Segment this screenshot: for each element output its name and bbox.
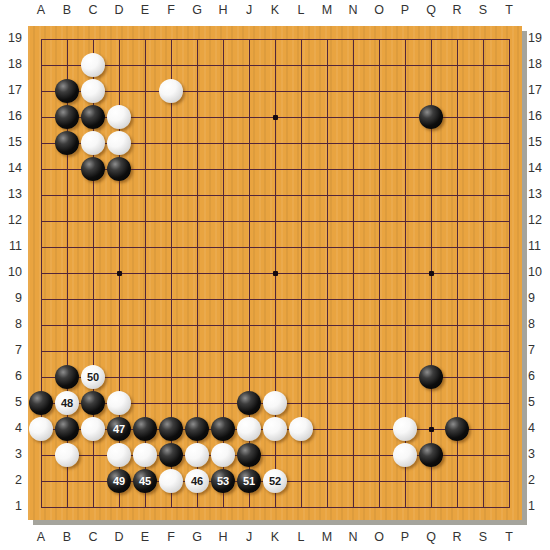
row-label-left-15: 15	[0, 135, 22, 149]
row-label-right-15: 15	[528, 135, 550, 149]
stone-black-J3	[237, 443, 261, 467]
row-label-right-11: 11	[528, 239, 550, 253]
col-label-top-F: F	[161, 3, 181, 17]
stone-white-K4	[263, 417, 287, 441]
go-board[interactable]: 504847494546535152	[28, 26, 522, 520]
col-label-bottom-N: N	[343, 530, 363, 544]
stones-layer: 504847494546535152	[28, 26, 522, 520]
stone-black-D4: 47	[107, 417, 131, 441]
col-label-bottom-C: C	[83, 530, 103, 544]
stone-white-C6: 50	[81, 365, 105, 389]
stone-black-G4	[185, 417, 209, 441]
col-label-bottom-A: A	[31, 530, 51, 544]
stone-white-C15	[81, 131, 105, 155]
stone-black-E4	[133, 417, 157, 441]
row-label-left-12: 12	[0, 213, 22, 227]
col-label-top-T: T	[499, 3, 519, 17]
stone-black-A5	[29, 391, 53, 415]
stone-white-D15	[107, 131, 131, 155]
stone-black-E2: 45	[133, 469, 157, 493]
col-label-top-N: N	[343, 3, 363, 17]
row-label-right-12: 12	[528, 213, 550, 227]
row-label-right-6: 6	[528, 369, 550, 383]
stone-black-C14	[81, 157, 105, 181]
row-label-left-1: 1	[0, 499, 22, 513]
col-label-bottom-S: S	[473, 530, 493, 544]
row-label-right-2: 2	[528, 473, 550, 487]
move-number-51: 51	[237, 469, 261, 493]
stone-white-G2: 46	[185, 469, 209, 493]
stone-black-F3	[159, 443, 183, 467]
row-label-left-14: 14	[0, 161, 22, 175]
row-label-right-10: 10	[528, 265, 550, 279]
move-number-49: 49	[107, 469, 131, 493]
col-label-bottom-H: H	[213, 530, 233, 544]
row-label-left-13: 13	[0, 187, 22, 201]
row-label-left-10: 10	[0, 265, 22, 279]
row-label-right-8: 8	[528, 317, 550, 331]
stone-white-B3	[55, 443, 79, 467]
stone-black-D2: 49	[107, 469, 131, 493]
move-number-53: 53	[211, 469, 235, 493]
stone-white-A4	[29, 417, 53, 441]
col-label-top-H: H	[213, 3, 233, 17]
stone-white-C17	[81, 79, 105, 103]
col-label-top-J: J	[239, 3, 259, 17]
move-number-48: 48	[55, 391, 79, 415]
row-label-right-9: 9	[528, 291, 550, 305]
col-label-bottom-P: P	[395, 530, 415, 544]
stone-white-D16	[107, 105, 131, 129]
move-number-47: 47	[107, 417, 131, 441]
stone-black-H4	[211, 417, 235, 441]
stone-black-R4	[445, 417, 469, 441]
stone-white-P3	[393, 443, 417, 467]
col-label-bottom-D: D	[109, 530, 129, 544]
row-label-left-17: 17	[0, 83, 22, 97]
row-label-right-17: 17	[528, 83, 550, 97]
col-label-bottom-T: T	[499, 530, 519, 544]
stone-black-C5	[81, 391, 105, 415]
stone-white-P4	[393, 417, 417, 441]
stone-black-B17	[55, 79, 79, 103]
row-label-right-1: 1	[528, 499, 550, 513]
col-label-top-B: B	[57, 3, 77, 17]
row-label-right-7: 7	[528, 343, 550, 357]
row-label-right-16: 16	[528, 109, 550, 123]
row-label-right-3: 3	[528, 447, 550, 461]
col-label-bottom-K: K	[265, 530, 285, 544]
row-label-right-4: 4	[528, 421, 550, 435]
col-label-top-C: C	[83, 3, 103, 17]
col-label-bottom-M: M	[317, 530, 337, 544]
col-label-top-E: E	[135, 3, 155, 17]
stone-black-B4	[55, 417, 79, 441]
col-label-bottom-E: E	[135, 530, 155, 544]
row-label-left-6: 6	[0, 369, 22, 383]
col-label-bottom-R: R	[447, 530, 467, 544]
stone-black-J2: 51	[237, 469, 261, 493]
row-label-left-19: 19	[0, 31, 22, 45]
col-label-top-O: O	[369, 3, 389, 17]
go-diagram: AABBCCDDEEFFGGHHJJKKLLMMNNOOPPQQRRSSTT19…	[0, 0, 550, 550]
stone-black-D14	[107, 157, 131, 181]
stone-white-K2: 52	[263, 469, 287, 493]
col-label-bottom-O: O	[369, 530, 389, 544]
row-label-right-13: 13	[528, 187, 550, 201]
stone-white-C18	[81, 53, 105, 77]
stone-white-C4	[81, 417, 105, 441]
row-label-left-5: 5	[0, 395, 22, 409]
col-label-bottom-J: J	[239, 530, 259, 544]
stone-white-E3	[133, 443, 157, 467]
stone-white-G3	[185, 443, 209, 467]
col-label-top-K: K	[265, 3, 285, 17]
move-number-46: 46	[185, 469, 209, 493]
row-label-right-14: 14	[528, 161, 550, 175]
stone-white-J4	[237, 417, 261, 441]
stone-black-B15	[55, 131, 79, 155]
stone-black-Q3	[419, 443, 443, 467]
stone-white-H3	[211, 443, 235, 467]
move-number-52: 52	[263, 469, 287, 493]
stone-black-Q16	[419, 105, 443, 129]
stone-black-Q6	[419, 365, 443, 389]
stone-white-D5	[107, 391, 131, 415]
col-label-top-D: D	[109, 3, 129, 17]
row-label-left-3: 3	[0, 447, 22, 461]
col-label-top-Q: Q	[421, 3, 441, 17]
row-label-left-16: 16	[0, 109, 22, 123]
move-number-45: 45	[133, 469, 157, 493]
move-number-50: 50	[81, 365, 105, 389]
stone-white-K5	[263, 391, 287, 415]
stone-black-H2: 53	[211, 469, 235, 493]
row-label-right-19: 19	[528, 31, 550, 45]
row-label-left-9: 9	[0, 291, 22, 305]
col-label-bottom-L: L	[291, 530, 311, 544]
stone-white-F17	[159, 79, 183, 103]
stone-white-F2	[159, 469, 183, 493]
col-label-bottom-B: B	[57, 530, 77, 544]
row-label-right-18: 18	[528, 57, 550, 71]
row-label-left-2: 2	[0, 473, 22, 487]
row-label-right-5: 5	[528, 395, 550, 409]
stone-white-L4	[289, 417, 313, 441]
col-label-bottom-G: G	[187, 530, 207, 544]
col-label-top-P: P	[395, 3, 415, 17]
row-label-left-4: 4	[0, 421, 22, 435]
row-label-left-18: 18	[0, 57, 22, 71]
stone-black-B16	[55, 105, 79, 129]
col-label-top-R: R	[447, 3, 467, 17]
stone-black-C16	[81, 105, 105, 129]
stone-black-J5	[237, 391, 261, 415]
col-label-top-M: M	[317, 3, 337, 17]
col-label-top-S: S	[473, 3, 493, 17]
col-label-top-L: L	[291, 3, 311, 17]
col-label-top-G: G	[187, 3, 207, 17]
stone-white-B5: 48	[55, 391, 79, 415]
col-label-bottom-F: F	[161, 530, 181, 544]
col-label-top-A: A	[31, 3, 51, 17]
col-label-bottom-Q: Q	[421, 530, 441, 544]
stone-white-D3	[107, 443, 131, 467]
row-label-left-11: 11	[0, 239, 22, 253]
stone-black-F4	[159, 417, 183, 441]
row-label-left-7: 7	[0, 343, 22, 357]
row-label-left-8: 8	[0, 317, 22, 331]
stone-black-B6	[55, 365, 79, 389]
